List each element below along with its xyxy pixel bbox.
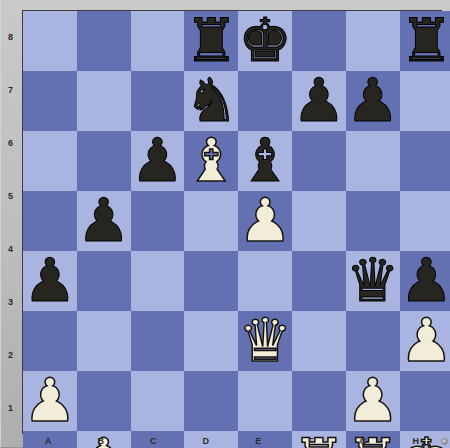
piece-black-rook[interactable]: ♜	[184, 10, 238, 70]
square-g8[interactable]	[346, 11, 400, 71]
square-b5[interactable]: ♟	[77, 191, 131, 251]
rank-label-7: 7	[0, 63, 21, 116]
square-b7[interactable]	[77, 71, 131, 131]
square-c7[interactable]	[131, 71, 185, 131]
piece-white-pawn[interactable]: ♟	[23, 370, 77, 430]
square-a8[interactable]	[23, 11, 77, 71]
square-c4[interactable]	[131, 251, 185, 311]
piece-white-pawn[interactable]: ♟	[400, 310, 450, 370]
square-a7[interactable]	[23, 71, 77, 131]
square-f4[interactable]	[292, 251, 346, 311]
square-f8[interactable]	[292, 11, 346, 71]
square-a4[interactable]: ♟	[23, 251, 77, 311]
rank-label-8: 8	[0, 10, 21, 63]
rank-label-1: 1	[0, 381, 21, 434]
piece-black-pawn[interactable]: ♟	[292, 70, 346, 130]
file-label-h: H	[390, 434, 443, 448]
square-d8[interactable]: ♜	[184, 11, 238, 71]
piece-black-rook[interactable]: ♜	[400, 10, 450, 70]
board-resize-handle-icon[interactable]	[441, 438, 448, 445]
square-d3[interactable]	[184, 311, 238, 371]
file-label-g: G	[337, 434, 390, 448]
square-h5[interactable]	[400, 191, 450, 251]
square-b2[interactable]	[77, 371, 131, 431]
square-d5[interactable]	[184, 191, 238, 251]
piece-black-bishop[interactable]: ♝	[238, 130, 292, 190]
square-c6[interactable]: ♟	[131, 131, 185, 191]
piece-white-pawn[interactable]: ♟	[238, 190, 292, 250]
chess-board-frame: 87654321 ♜♚♜♞♟♟♟♝♝♟♟♟♛♟♛♟♟♟♝♜♜♚ ABCDEFGH	[0, 0, 450, 448]
piece-black-pawn[interactable]: ♟	[77, 190, 131, 250]
piece-black-pawn[interactable]: ♟	[131, 130, 185, 190]
square-f3[interactable]	[292, 311, 346, 371]
square-e5[interactable]: ♟	[238, 191, 292, 251]
board-grid: ♜♚♜♞♟♟♟♝♝♟♟♟♛♟♛♟♟♟♝♜♜♚	[22, 10, 442, 434]
piece-white-queen[interactable]: ♛	[238, 310, 292, 370]
square-g3[interactable]	[346, 311, 400, 371]
rank-label-6: 6	[0, 116, 21, 169]
square-f5[interactable]	[292, 191, 346, 251]
square-e3[interactable]: ♛	[238, 311, 292, 371]
piece-black-knight[interactable]: ♞	[184, 70, 238, 130]
square-h4[interactable]: ♟	[400, 251, 450, 311]
square-d4[interactable]	[184, 251, 238, 311]
file-label-e: E	[232, 434, 285, 448]
file-label-b: B	[75, 434, 128, 448]
square-a3[interactable]	[23, 311, 77, 371]
square-a2[interactable]: ♟	[23, 371, 77, 431]
square-f7[interactable]: ♟	[292, 71, 346, 131]
file-label-f: F	[285, 434, 338, 448]
square-a5[interactable]	[23, 191, 77, 251]
square-h3[interactable]: ♟	[400, 311, 450, 371]
square-h6[interactable]	[400, 131, 450, 191]
square-e2[interactable]	[238, 371, 292, 431]
square-g6[interactable]	[346, 131, 400, 191]
square-e4[interactable]	[238, 251, 292, 311]
square-a6[interactable]	[23, 131, 77, 191]
square-g7[interactable]: ♟	[346, 71, 400, 131]
rank-label-2: 2	[0, 328, 21, 381]
square-b3[interactable]	[77, 311, 131, 371]
rank-label-3: 3	[0, 275, 21, 328]
square-f6[interactable]	[292, 131, 346, 191]
square-h8[interactable]: ♜	[400, 11, 450, 71]
square-b4[interactable]	[77, 251, 131, 311]
file-label-a: A	[22, 434, 75, 448]
square-h7[interactable]	[400, 71, 450, 131]
square-e8[interactable]: ♚	[238, 11, 292, 71]
square-d2[interactable]	[184, 371, 238, 431]
piece-black-queen[interactable]: ♛	[346, 250, 400, 310]
file-label-d: D	[180, 434, 233, 448]
rank-label-5: 5	[0, 169, 21, 222]
square-g4[interactable]: ♛	[346, 251, 400, 311]
square-d6[interactable]: ♝	[184, 131, 238, 191]
piece-white-bishop[interactable]: ♝	[184, 130, 238, 190]
file-label-c: C	[127, 434, 180, 448]
square-g5[interactable]	[346, 191, 400, 251]
square-c2[interactable]	[131, 371, 185, 431]
piece-black-pawn[interactable]: ♟	[400, 250, 450, 310]
square-f2[interactable]	[292, 371, 346, 431]
piece-white-pawn[interactable]: ♟	[346, 370, 400, 430]
square-c8[interactable]	[131, 11, 185, 71]
square-c3[interactable]	[131, 311, 185, 371]
square-h2[interactable]	[400, 371, 450, 431]
square-g2[interactable]: ♟	[346, 371, 400, 431]
piece-black-king[interactable]: ♚	[238, 10, 292, 70]
square-b8[interactable]	[77, 11, 131, 71]
rank-labels: 87654321	[0, 10, 21, 434]
square-c5[interactable]	[131, 191, 185, 251]
file-labels: ABCDEFGH	[22, 434, 442, 448]
square-d7[interactable]: ♞	[184, 71, 238, 131]
square-b6[interactable]	[77, 131, 131, 191]
square-e6[interactable]: ♝	[238, 131, 292, 191]
square-e7[interactable]	[238, 71, 292, 131]
piece-black-pawn[interactable]: ♟	[346, 70, 400, 130]
rank-label-4: 4	[0, 222, 21, 275]
piece-black-pawn[interactable]: ♟	[23, 250, 77, 310]
